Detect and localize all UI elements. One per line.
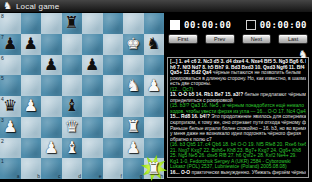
white-pawn: ♟ — [21, 96, 42, 117]
black-player-icon — [246, 20, 256, 30]
title-bar: ♞ Local game — [0, 0, 312, 13]
square-f7[interactable] — [103, 34, 124, 55]
square-f4[interactable] — [103, 96, 124, 117]
square-c7[interactable] — [41, 34, 62, 55]
app-title: Local game — [16, 2, 59, 11]
square-d7[interactable] — [62, 34, 83, 55]
last-button[interactable]: Last — [278, 34, 308, 44]
square-f3[interactable] — [103, 117, 124, 138]
square-h3[interactable] — [144, 117, 165, 138]
square-g6[interactable] — [123, 55, 144, 76]
square-e4[interactable] — [82, 96, 103, 117]
square-h1[interactable]: ♜h — [144, 158, 165, 179]
black-pawn: ♟ — [41, 55, 62, 76]
square-h8[interactable] — [144, 13, 165, 34]
white-rook: ♜ — [123, 117, 144, 138]
side-indicator-row: ♞ — [164, 44, 312, 57]
square-a6[interactable]: 6 — [0, 55, 21, 76]
white-queen: ♛ — [62, 117, 83, 138]
square-f5[interactable] — [103, 75, 124, 96]
square-f1[interactable]: f — [103, 158, 124, 179]
file-label-g: g — [140, 173, 143, 179]
square-b4[interactable]: ♟ — [21, 96, 42, 117]
square-e8[interactable] — [82, 13, 103, 34]
square-a4[interactable]: ♛4 — [0, 96, 21, 117]
square-g5[interactable]: ♞ — [123, 75, 144, 96]
square-f8[interactable] — [103, 13, 124, 34]
white-king: ♚ — [123, 34, 144, 55]
square-h4[interactable] — [144, 96, 165, 117]
rank-label-4: 4 — [1, 96, 4, 102]
file-label-h: h — [160, 173, 163, 179]
black-pawn: ♟ — [82, 55, 103, 76]
square-e3[interactable] — [82, 117, 103, 138]
chess-board: 8♜♟7♟♚♞6♟♟5♞♟♛4♟♝♟3♛♜2♟♝♟1abcdefg♜h — [0, 13, 164, 179]
file-label-c: c — [58, 173, 61, 179]
black-clock: 00:00:00 — [246, 20, 307, 30]
square-g1[interactable]: g — [123, 158, 144, 179]
square-c6[interactable]: ♟ — [41, 55, 62, 76]
rank-label-5: 5 — [1, 75, 4, 81]
chess-app-screen: { "game": "chess", "app_title": "Local g… — [0, 0, 312, 182]
square-c1[interactable]: c — [41, 158, 62, 179]
square-g4[interactable] — [123, 96, 144, 117]
white-bishop: ♝ — [62, 138, 83, 159]
square-a7[interactable]: ♟7 — [0, 34, 21, 55]
square-b5[interactable] — [21, 75, 42, 96]
right-panel: 00:00:00 00:00:00 First Prev Next Last ♞… — [164, 13, 312, 182]
file-label-e: e — [99, 173, 102, 179]
rank-label-6: 6 — [1, 55, 4, 61]
square-d8[interactable]: ♜ — [62, 13, 83, 34]
square-a2[interactable]: 2 — [0, 138, 21, 159]
black-clock-time: 00:00:00 — [260, 20, 307, 30]
square-f2[interactable] — [103, 138, 124, 159]
black-rook: ♜ — [62, 13, 83, 34]
square-h6[interactable] — [144, 55, 165, 76]
square-h7[interactable]: ♞ — [144, 34, 165, 55]
nav-button-row: First Prev Next Last — [164, 30, 312, 44]
square-d1[interactable]: d — [62, 158, 83, 179]
move-line: 16... O-O практически вынужденно. Убежат… — [170, 170, 306, 176]
rank-label-1: 1 — [1, 158, 4, 164]
square-e6[interactable]: ♟ — [82, 55, 103, 76]
square-e7[interactable] — [82, 34, 103, 55]
square-e1[interactable]: e — [82, 158, 103, 179]
rank-label-2: 2 — [1, 138, 4, 144]
square-g3[interactable]: ♜ — [123, 117, 144, 138]
square-h5[interactable]: ♟ — [144, 75, 165, 96]
square-e5[interactable] — [82, 75, 103, 96]
moves-panel[interactable]: [...] 1. e4 c6 2. Nc3 d5 3. d4 dxe4 4. N… — [167, 57, 309, 178]
square-g8[interactable] — [123, 13, 144, 34]
file-label-d: d — [78, 173, 81, 179]
file-label-a: a — [17, 173, 20, 179]
square-g7[interactable]: ♚ — [123, 34, 144, 55]
app-logo-knight-icon: ♞ — [3, 1, 12, 11]
square-d2[interactable]: ♝ — [62, 138, 83, 159]
square-d4[interactable]: ♝ — [62, 96, 83, 117]
square-f6[interactable] — [103, 55, 124, 76]
white-clock-time: 00:00:00 — [184, 20, 231, 30]
file-label-f: f — [121, 173, 122, 179]
square-d5[interactable] — [62, 75, 83, 96]
square-a1[interactable]: 1a — [0, 158, 21, 179]
square-c2[interactable]: ♟ — [41, 138, 62, 159]
square-a5[interactable]: 5 — [0, 75, 21, 96]
black-bishop: ♝ — [62, 96, 83, 117]
prev-button[interactable]: Prev — [205, 34, 235, 44]
rank-label-3: 3 — [1, 117, 4, 123]
square-c5[interactable] — [41, 75, 62, 96]
white-pawn: ♟ — [123, 138, 144, 159]
square-b1[interactable]: b — [21, 158, 42, 179]
square-c8[interactable] — [41, 13, 62, 34]
square-b7[interactable]: ♟ — [21, 34, 42, 55]
next-button[interactable]: Next — [242, 34, 272, 44]
white-clock: 00:00:00 — [170, 20, 231, 30]
black-pawn: ♟ — [21, 34, 42, 55]
square-b2[interactable] — [21, 138, 42, 159]
square-b3[interactable] — [21, 117, 42, 138]
square-h2[interactable] — [144, 138, 165, 159]
square-c4[interactable] — [41, 96, 62, 117]
square-b8[interactable] — [21, 13, 42, 34]
square-e2[interactable] — [82, 138, 103, 159]
black-knight: ♞ — [144, 34, 165, 55]
square-c3[interactable] — [41, 117, 62, 138]
square-b6[interactable] — [21, 55, 42, 76]
rank-label-7: 7 — [1, 34, 4, 40]
white-player-icon — [170, 20, 180, 30]
square-d3[interactable]: ♛ — [62, 117, 83, 138]
file-label-b: b — [37, 173, 40, 179]
white-pawn: ♟ — [144, 75, 165, 96]
clock-row: 00:00:00 00:00:00 — [164, 13, 312, 30]
square-d6[interactable] — [62, 55, 83, 76]
rank-label-8: 8 — [1, 13, 4, 19]
square-a8[interactable]: 8 — [0, 13, 21, 34]
white-knight: ♞ — [123, 75, 144, 96]
square-g2[interactable]: ♟ — [123, 138, 144, 159]
first-button[interactable]: First — [168, 34, 198, 44]
square-a3[interactable]: ♟3 — [0, 117, 21, 138]
white-pawn: ♟ — [41, 138, 62, 159]
